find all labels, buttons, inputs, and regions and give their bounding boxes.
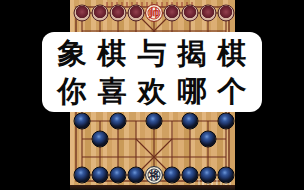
black-hidden-facedown-piece[interactable] [110,167,127,184]
black-hidden-facedown-piece[interactable] [92,131,109,148]
black-king-piece[interactable]: 将 [145,166,163,184]
caption-line-1: 象棋与揭棋 [47,35,258,71]
red-hidden-facedown-piece[interactable] [164,5,181,22]
video-frame: 帅将 象棋与揭棋 你喜欢哪个 [0,0,304,190]
black-hidden-facedown-piece[interactable] [128,167,145,184]
black-hidden-facedown-piece[interactable] [200,167,217,184]
board-bottom-edge [70,185,235,190]
red-hidden-facedown-piece[interactable] [128,5,145,22]
black-hidden-facedown-piece[interactable] [182,113,199,130]
black-hidden-facedown-piece[interactable] [146,113,163,130]
caption-banner: 象棋与揭棋 你喜欢哪个 [42,32,262,112]
red-hidden-facedown-piece[interactable] [218,5,235,22]
red-king-piece[interactable]: 帅 [145,4,163,22]
black-hidden-facedown-piece[interactable] [74,113,91,130]
black-hidden-facedown-piece[interactable] [218,167,235,184]
caption-line-2: 你喜欢哪个 [47,73,258,109]
red-hidden-facedown-piece[interactable] [74,5,91,22]
black-hidden-facedown-piece[interactable] [110,113,127,130]
black-hidden-facedown-piece[interactable] [182,167,199,184]
red-hidden-facedown-piece[interactable] [200,5,217,22]
red-hidden-facedown-piece[interactable] [182,5,199,22]
black-hidden-facedown-piece[interactable] [218,113,235,130]
black-hidden-facedown-piece[interactable] [164,167,181,184]
black-hidden-facedown-piece[interactable] [74,167,91,184]
red-hidden-facedown-piece[interactable] [110,5,127,22]
red-hidden-facedown-piece[interactable] [92,5,109,22]
black-hidden-facedown-piece[interactable] [92,167,109,184]
black-hidden-facedown-piece[interactable] [200,131,217,148]
